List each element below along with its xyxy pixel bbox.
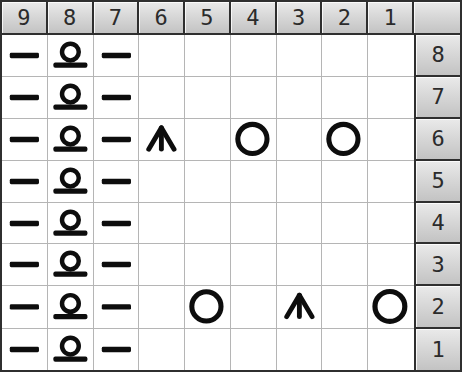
cell-r1-c1 (368, 329, 414, 370)
column-header-7: 7 (94, 2, 140, 35)
column-header-5: 5 (185, 2, 231, 35)
cell-r6-c2 (322, 119, 368, 161)
cell-r6-c3 (277, 119, 323, 161)
cell-r5-c2 (322, 161, 368, 203)
cell-r7-c9 (2, 77, 48, 119)
purl-icon (94, 203, 139, 244)
ktbl-icon (48, 35, 93, 76)
purl-icon (94, 119, 139, 160)
cell-r3-c3 (277, 244, 323, 286)
purl-icon (2, 35, 47, 76)
centered-double-decrease-icon (139, 119, 184, 160)
cell-r7-c3 (277, 77, 323, 119)
cell-r2-c2 (322, 286, 368, 329)
column-header-8: 8 (48, 2, 94, 35)
cell-r3-c4 (231, 244, 277, 286)
cell-r2-c5 (185, 286, 231, 329)
yarn-over-icon (322, 119, 367, 160)
cell-r1-c9 (2, 329, 48, 370)
ktbl-icon (48, 161, 93, 202)
cell-r6-c5 (185, 119, 231, 161)
cell-r4-c6 (139, 203, 185, 245)
yarn-over-icon (231, 119, 276, 160)
cell-r4-c7 (94, 203, 140, 245)
purl-icon (94, 286, 139, 328)
row-label-5: 5 (414, 161, 460, 203)
cell-r7-c1 (368, 77, 414, 119)
purl-icon (2, 244, 47, 285)
cell-r5-c7 (94, 161, 140, 203)
cell-r2-c1 (368, 286, 414, 329)
purl-icon (2, 286, 47, 328)
ktbl-icon (48, 329, 93, 370)
column-header-1: 1 (368, 2, 414, 35)
purl-icon (2, 77, 47, 118)
cell-r1-c8 (48, 329, 94, 370)
column-header-2: 2 (322, 2, 368, 35)
cell-r8-c5 (185, 35, 231, 77)
column-header-9: 9 (2, 2, 48, 35)
column-header-4: 4 (231, 2, 277, 35)
cell-r3-c6 (139, 244, 185, 286)
cell-r8-c4 (231, 35, 277, 77)
cell-r7-c7 (94, 77, 140, 119)
purl-icon (2, 119, 47, 160)
cell-r5-c6 (139, 161, 185, 203)
cell-r7-c2 (322, 77, 368, 119)
row-label-8: 8 (414, 35, 460, 77)
purl-icon (2, 161, 47, 202)
column-header-3: 3 (277, 2, 323, 35)
cell-r1-c3 (277, 329, 323, 370)
cell-r3-c9 (2, 244, 48, 286)
cell-r1-c5 (185, 329, 231, 370)
cell-r5-c4 (231, 161, 277, 203)
cell-r3-c2 (322, 244, 368, 286)
cell-r4-c9 (2, 203, 48, 245)
cell-r6-c7 (94, 119, 140, 161)
centered-double-decrease-icon (277, 286, 322, 328)
cell-r6-c4 (231, 119, 277, 161)
cell-r2-c7 (94, 286, 140, 329)
purl-icon (94, 77, 139, 118)
cell-r5-c9 (2, 161, 48, 203)
yarn-over-icon (368, 286, 414, 328)
cell-r3-c5 (185, 244, 231, 286)
cell-r7-c4 (231, 77, 277, 119)
cell-r8-c9 (2, 35, 48, 77)
knitting-chart-grid: 98765432187654321 (0, 0, 462, 372)
row-label-4: 4 (414, 203, 460, 245)
cell-r8-c8 (48, 35, 94, 77)
row-label-3: 3 (414, 244, 460, 286)
cell-r5-c5 (185, 161, 231, 203)
cell-r4-c4 (231, 203, 277, 245)
cell-r7-c6 (139, 77, 185, 119)
cell-r5-c8 (48, 161, 94, 203)
cell-r6-c1 (368, 119, 414, 161)
cell-r4-c5 (185, 203, 231, 245)
ktbl-icon (48, 119, 93, 160)
ktbl-icon (48, 203, 93, 244)
cell-r1-c4 (231, 329, 277, 370)
purl-icon (2, 203, 47, 244)
ktbl-icon (48, 286, 93, 328)
purl-icon (94, 35, 139, 76)
cell-r8-c7 (94, 35, 140, 77)
cell-r4-c1 (368, 203, 414, 245)
cell-r7-c8 (48, 77, 94, 119)
cell-r4-c3 (277, 203, 323, 245)
cell-r8-c6 (139, 35, 185, 77)
corner-cell (414, 2, 460, 35)
ktbl-icon (48, 77, 93, 118)
purl-icon (94, 329, 139, 370)
row-label-7: 7 (414, 77, 460, 119)
cell-r3-c8 (48, 244, 94, 286)
cell-r2-c6 (139, 286, 185, 329)
cell-r1-c6 (139, 329, 185, 370)
cell-r8-c1 (368, 35, 414, 77)
cell-r7-c5 (185, 77, 231, 119)
row-label-2: 2 (414, 286, 460, 329)
cell-r2-c9 (2, 286, 48, 329)
row-label-6: 6 (414, 119, 460, 161)
cell-r1-c7 (94, 329, 140, 370)
cell-r6-c6 (139, 119, 185, 161)
cell-r2-c3 (277, 286, 323, 329)
purl-icon (94, 244, 139, 285)
cell-r8-c2 (322, 35, 368, 77)
cell-r4-c8 (48, 203, 94, 245)
cell-r1-c2 (322, 329, 368, 370)
cell-r3-c7 (94, 244, 140, 286)
cell-r5-c3 (277, 161, 323, 203)
cell-r3-c1 (368, 244, 414, 286)
cell-r2-c4 (231, 286, 277, 329)
row-label-1: 1 (414, 329, 460, 370)
cell-r8-c3 (277, 35, 323, 77)
cell-r2-c8 (48, 286, 94, 329)
cell-r6-c9 (2, 119, 48, 161)
cell-r5-c1 (368, 161, 414, 203)
yarn-over-icon (185, 286, 230, 328)
purl-icon (2, 329, 47, 370)
ktbl-icon (48, 244, 93, 285)
cell-r4-c2 (322, 203, 368, 245)
purl-icon (94, 161, 139, 202)
column-header-6: 6 (139, 2, 185, 35)
cell-r6-c8 (48, 119, 94, 161)
